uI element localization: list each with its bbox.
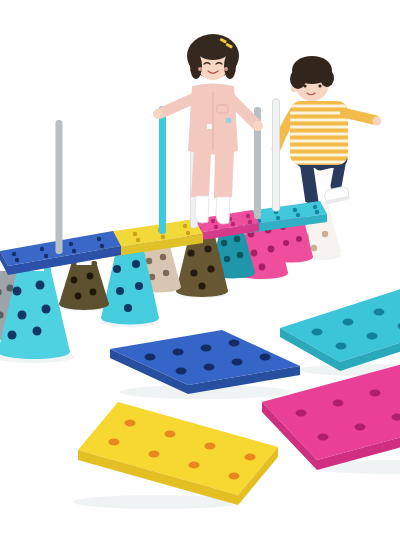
boy-hand-right	[373, 117, 382, 126]
girl-blush-left	[198, 67, 202, 71]
girl-hand-left	[153, 109, 163, 119]
scene-svg	[0, 0, 400, 540]
girl-hair-side-right	[224, 53, 236, 79]
girl-badge-white	[207, 124, 212, 129]
girl-blush-right	[224, 67, 228, 71]
pole-cyan	[159, 106, 166, 234]
boy-eye-right	[318, 84, 321, 87]
girl-sock-right	[216, 197, 230, 224]
girl-hand-right	[253, 121, 263, 131]
boy-eye-left	[303, 84, 306, 87]
boy-arm-right	[345, 113, 375, 120]
photo-stage	[0, 0, 400, 540]
girl-leg-left	[191, 149, 211, 197]
pole-gray-1	[56, 120, 63, 254]
girl-leg-right	[214, 150, 234, 198]
girl-sock-left	[195, 196, 209, 223]
boy-hair-side-right	[320, 69, 334, 87]
girl-badge-blue	[226, 118, 231, 123]
pole-white-2-front	[273, 99, 280, 211]
girl-hair-side-left	[190, 53, 202, 79]
